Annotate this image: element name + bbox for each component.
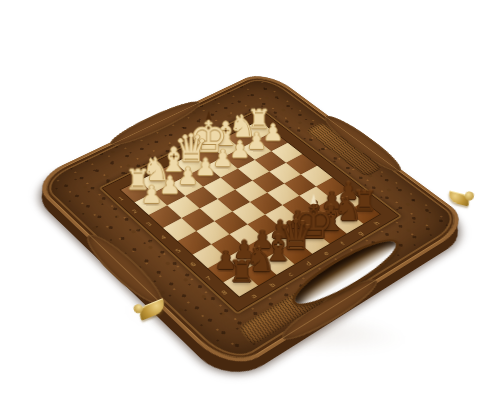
- board-case: 12345678abcdefgh ♜♞♝♚♛♝♞♜♟♟♟♟♟♟♟♟♟♟♟♟♟♟♟…: [29, 69, 474, 375]
- scene: 12345678abcdefgh ♜♞♝♚♛♝♞♜♟♟♟♟♟♟♟♟♟♟♟♟♟♟♟…: [0, 0, 500, 400]
- black-rook-icon: ♜: [213, 257, 269, 287]
- photo-canvas: 12345678abcdefgh ♜♞♝♚♛♝♞♜♟♟♟♟♟♟♟♟♟♟♟♟♟♟♟…: [0, 0, 500, 400]
